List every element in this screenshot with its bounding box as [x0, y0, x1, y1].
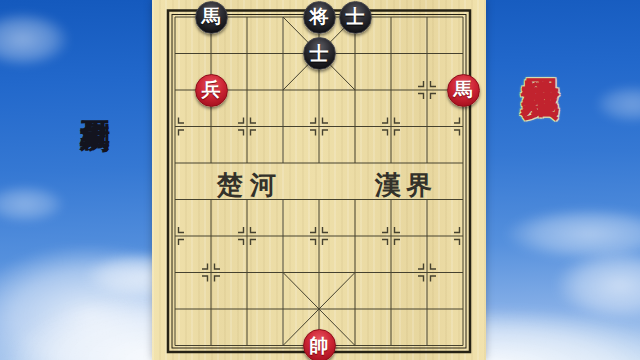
piece-red-general[interactable]: 帥: [303, 329, 336, 360]
cloud: [595, 85, 640, 123]
cloud: [0, 185, 65, 223]
xiangqi-board: 楚河 漢界 馬将士士兵馬帥: [152, 0, 486, 360]
piece-grid: 馬将士士兵馬帥: [157, 0, 481, 360]
piece-black-advisor[interactable]: 士: [303, 37, 336, 70]
piece-red-soldier[interactable]: 兵: [195, 74, 228, 107]
piece-black-advisor[interactable]: 士: [339, 1, 372, 34]
cloud: [0, 12, 70, 67]
cloud: [555, 250, 640, 320]
piece-black-horse[interactable]: 馬: [195, 1, 228, 34]
piece-red-horse[interactable]: 馬: [447, 74, 480, 107]
piece-black-general[interactable]: 将: [303, 1, 336, 34]
screenshot: 象棋刘正哥 疑难绝妙实用 楚河 漢界 馬将士士兵馬帥: [0, 0, 640, 360]
